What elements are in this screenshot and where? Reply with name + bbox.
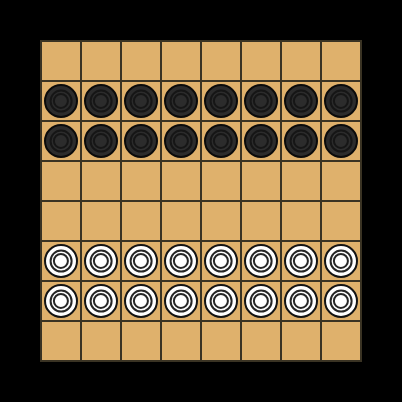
board-cell-r7c1[interactable]	[42, 282, 80, 320]
black-checker-piece[interactable]	[244, 84, 278, 118]
screenshot-stage	[0, 0, 402, 402]
board-cell-r5c3[interactable]	[122, 202, 160, 240]
board-cell-r5c6[interactable]	[242, 202, 280, 240]
white-checker-piece[interactable]	[204, 284, 238, 318]
board-cell-r2c1[interactable]	[42, 82, 80, 120]
board-cell-r2c8[interactable]	[322, 82, 360, 120]
board-cell-r3c2[interactable]	[82, 122, 120, 160]
board-cell-r1c3[interactable]	[122, 42, 160, 80]
board-cell-r6c2[interactable]	[82, 242, 120, 280]
black-checker-piece[interactable]	[204, 84, 238, 118]
white-checker-piece[interactable]	[164, 284, 198, 318]
board-cell-r8c4[interactable]	[162, 322, 200, 360]
board-cell-r8c8[interactable]	[322, 322, 360, 360]
board-cell-r7c4[interactable]	[162, 282, 200, 320]
white-checker-piece[interactable]	[44, 284, 78, 318]
white-checker-piece[interactable]	[124, 284, 158, 318]
board-cell-r3c1[interactable]	[42, 122, 80, 160]
black-checker-piece[interactable]	[44, 124, 78, 158]
board-cell-r4c3[interactable]	[122, 162, 160, 200]
dama-board	[40, 40, 362, 362]
black-checker-piece[interactable]	[204, 124, 238, 158]
black-checker-piece[interactable]	[164, 84, 198, 118]
board-cell-r6c5[interactable]	[202, 242, 240, 280]
board-cell-r5c7[interactable]	[282, 202, 320, 240]
board-cell-r7c3[interactable]	[122, 282, 160, 320]
board-cell-r7c8[interactable]	[322, 282, 360, 320]
white-checker-piece[interactable]	[244, 244, 278, 278]
board-cell-r3c5[interactable]	[202, 122, 240, 160]
board-cell-r4c8[interactable]	[322, 162, 360, 200]
white-checker-piece[interactable]	[84, 284, 118, 318]
board-cell-r7c5[interactable]	[202, 282, 240, 320]
black-checker-piece[interactable]	[284, 84, 318, 118]
board-cell-r5c1[interactable]	[42, 202, 80, 240]
white-checker-piece[interactable]	[204, 244, 238, 278]
board-cell-r7c6[interactable]	[242, 282, 280, 320]
board-cell-r6c1[interactable]	[42, 242, 80, 280]
board-cell-r1c7[interactable]	[282, 42, 320, 80]
white-checker-piece[interactable]	[44, 244, 78, 278]
board-cell-r8c7[interactable]	[282, 322, 320, 360]
white-checker-piece[interactable]	[284, 284, 318, 318]
black-checker-piece[interactable]	[84, 124, 118, 158]
board-cell-r5c4[interactable]	[162, 202, 200, 240]
board-cell-r4c7[interactable]	[282, 162, 320, 200]
board-cell-r3c7[interactable]	[282, 122, 320, 160]
white-checker-piece[interactable]	[244, 284, 278, 318]
black-checker-piece[interactable]	[84, 84, 118, 118]
black-checker-piece[interactable]	[324, 124, 358, 158]
white-checker-piece[interactable]	[324, 244, 358, 278]
board-cell-r7c2[interactable]	[82, 282, 120, 320]
black-checker-piece[interactable]	[124, 124, 158, 158]
board-cell-r3c6[interactable]	[242, 122, 280, 160]
board-cell-r5c2[interactable]	[82, 202, 120, 240]
white-checker-piece[interactable]	[84, 244, 118, 278]
black-checker-piece[interactable]	[164, 124, 198, 158]
board-cell-r7c7[interactable]	[282, 282, 320, 320]
board-cell-r6c7[interactable]	[282, 242, 320, 280]
board-cell-r1c5[interactable]	[202, 42, 240, 80]
black-checker-piece[interactable]	[124, 84, 158, 118]
board-cell-r8c1[interactable]	[42, 322, 80, 360]
board-cell-r6c6[interactable]	[242, 242, 280, 280]
board-cell-r6c4[interactable]	[162, 242, 200, 280]
board-cell-r3c3[interactable]	[122, 122, 160, 160]
board-cell-r1c1[interactable]	[42, 42, 80, 80]
board-cell-r5c5[interactable]	[202, 202, 240, 240]
board-cell-r4c4[interactable]	[162, 162, 200, 200]
black-checker-piece[interactable]	[244, 124, 278, 158]
board-cell-r6c8[interactable]	[322, 242, 360, 280]
board-cell-r2c4[interactable]	[162, 82, 200, 120]
board-cell-r4c6[interactable]	[242, 162, 280, 200]
black-checker-piece[interactable]	[284, 124, 318, 158]
board-cell-r2c6[interactable]	[242, 82, 280, 120]
white-checker-piece[interactable]	[284, 244, 318, 278]
board-cell-r8c2[interactable]	[82, 322, 120, 360]
board-cell-r1c8[interactable]	[322, 42, 360, 80]
board-cell-r4c5[interactable]	[202, 162, 240, 200]
board-cell-r2c2[interactable]	[82, 82, 120, 120]
board-cell-r4c2[interactable]	[82, 162, 120, 200]
board-cell-r8c6[interactable]	[242, 322, 280, 360]
board-cell-r8c5[interactable]	[202, 322, 240, 360]
board-cell-r5c8[interactable]	[322, 202, 360, 240]
white-checker-piece[interactable]	[124, 244, 158, 278]
board-cell-r3c4[interactable]	[162, 122, 200, 160]
white-checker-piece[interactable]	[164, 244, 198, 278]
board-cell-r2c5[interactable]	[202, 82, 240, 120]
board-cell-r3c8[interactable]	[322, 122, 360, 160]
white-checker-piece[interactable]	[324, 284, 358, 318]
black-checker-piece[interactable]	[324, 84, 358, 118]
board-cell-r2c3[interactable]	[122, 82, 160, 120]
black-checker-piece[interactable]	[44, 84, 78, 118]
board-cell-r1c2[interactable]	[82, 42, 120, 80]
board-cell-r8c3[interactable]	[122, 322, 160, 360]
board-cell-r1c4[interactable]	[162, 42, 200, 80]
board-cell-r1c6[interactable]	[242, 42, 280, 80]
board-cell-r2c7[interactable]	[282, 82, 320, 120]
board-cell-r4c1[interactable]	[42, 162, 80, 200]
board-cell-r6c3[interactable]	[122, 242, 160, 280]
